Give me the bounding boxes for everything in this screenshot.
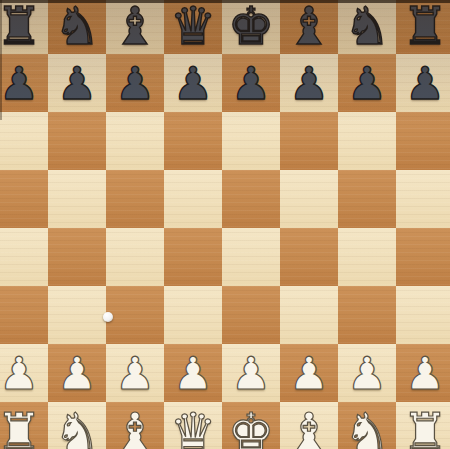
square-e8[interactable]: ♚: [222, 0, 280, 54]
square-b7[interactable]: ♟: [48, 54, 106, 112]
square-c7[interactable]: ♟: [106, 54, 164, 112]
square-c8[interactable]: ♝: [106, 0, 164, 54]
piece-black-bishop-f8[interactable]: ♝: [286, 0, 333, 55]
square-b5[interactable]: [48, 170, 106, 228]
square-d8[interactable]: ♛: [164, 0, 222, 54]
piece-black-queen-d8[interactable]: ♛: [170, 0, 217, 55]
piece-white-pawn-a2[interactable]: ♟: [0, 343, 39, 403]
piece-white-pawn-b2[interactable]: ♟: [57, 343, 97, 403]
square-b4[interactable]: [48, 228, 106, 286]
square-e5[interactable]: [222, 170, 280, 228]
piece-white-queen-d1[interactable]: ♛: [170, 401, 217, 449]
square-d7[interactable]: ♟: [164, 54, 222, 112]
square-e3[interactable]: [222, 286, 280, 344]
square-f1[interactable]: ♝: [280, 402, 338, 449]
square-f6[interactable]: [280, 112, 338, 170]
square-g6[interactable]: [338, 112, 396, 170]
square-g8[interactable]: ♞: [338, 0, 396, 54]
square-a4[interactable]: [0, 228, 48, 286]
square-g2[interactable]: ♟: [338, 344, 396, 402]
piece-white-rook-h1[interactable]: ♜: [402, 401, 449, 449]
square-c6[interactable]: [106, 112, 164, 170]
piece-black-knight-g8[interactable]: ♞: [344, 0, 391, 55]
piece-black-rook-a8[interactable]: ♜: [0, 0, 42, 55]
piece-black-pawn-d7[interactable]: ♟: [173, 53, 213, 113]
square-h2[interactable]: ♟: [396, 344, 450, 402]
square-c4[interactable]: [106, 228, 164, 286]
square-e1[interactable]: ♚: [222, 402, 280, 449]
square-h8[interactable]: ♜: [396, 0, 450, 54]
mouse-cursor: [103, 312, 113, 322]
piece-black-pawn-e7[interactable]: ♟: [231, 53, 271, 113]
square-a7[interactable]: ♟: [0, 54, 48, 112]
piece-white-knight-g1[interactable]: ♞: [344, 401, 391, 449]
piece-black-pawn-b7[interactable]: ♟: [57, 53, 97, 113]
square-a3[interactable]: [0, 286, 48, 344]
piece-black-pawn-h7[interactable]: ♟: [405, 53, 445, 113]
square-h3[interactable]: [396, 286, 450, 344]
square-c5[interactable]: [106, 170, 164, 228]
piece-white-pawn-h2[interactable]: ♟: [405, 343, 445, 403]
piece-black-pawn-f7[interactable]: ♟: [289, 53, 329, 113]
square-f8[interactable]: ♝: [280, 0, 338, 54]
piece-white-pawn-e2[interactable]: ♟: [231, 343, 271, 403]
square-a5[interactable]: [0, 170, 48, 228]
square-d1[interactable]: ♛: [164, 402, 222, 449]
square-b1[interactable]: ♞: [48, 402, 106, 449]
square-d4[interactable]: [164, 228, 222, 286]
square-f2[interactable]: ♟: [280, 344, 338, 402]
square-b2[interactable]: ♟: [48, 344, 106, 402]
piece-black-rook-h8[interactable]: ♜: [402, 0, 449, 55]
square-f3[interactable]: [280, 286, 338, 344]
square-h6[interactable]: [396, 112, 450, 170]
piece-white-rook-a1[interactable]: ♜: [0, 401, 42, 449]
square-g7[interactable]: ♟: [338, 54, 396, 112]
piece-black-bishop-c8[interactable]: ♝: [112, 0, 159, 55]
square-d6[interactable]: [164, 112, 222, 170]
square-d2[interactable]: ♟: [164, 344, 222, 402]
square-g5[interactable]: [338, 170, 396, 228]
square-g1[interactable]: ♞: [338, 402, 396, 449]
square-e7[interactable]: ♟: [222, 54, 280, 112]
chess-board: ♜♞♝♛♚♝♞♜♟♟♟♟♟♟♟♟♟♟♟♟♟♟♟♟♜♞♝♛♚♝♞♜: [0, 0, 450, 449]
piece-black-pawn-c7[interactable]: ♟: [115, 53, 155, 113]
square-e2[interactable]: ♟: [222, 344, 280, 402]
square-a1[interactable]: ♜: [0, 402, 48, 449]
square-h4[interactable]: [396, 228, 450, 286]
square-b3[interactable]: [48, 286, 106, 344]
piece-white-bishop-f1[interactable]: ♝: [286, 401, 333, 449]
square-c3[interactable]: [106, 286, 164, 344]
piece-white-pawn-d2[interactable]: ♟: [173, 343, 213, 403]
piece-black-pawn-a7[interactable]: ♟: [0, 53, 39, 113]
piece-white-bishop-c1[interactable]: ♝: [112, 401, 159, 449]
square-e6[interactable]: [222, 112, 280, 170]
piece-white-pawn-c2[interactable]: ♟: [115, 343, 155, 403]
square-h1[interactable]: ♜: [396, 402, 450, 449]
square-b6[interactable]: [48, 112, 106, 170]
square-e4[interactable]: [222, 228, 280, 286]
piece-black-pawn-g7[interactable]: ♟: [347, 53, 387, 113]
piece-white-knight-b1[interactable]: ♞: [54, 401, 101, 449]
piece-black-king-e8[interactable]: ♚: [228, 0, 275, 55]
square-b8[interactable]: ♞: [48, 0, 106, 54]
piece-white-pawn-g2[interactable]: ♟: [347, 343, 387, 403]
square-c2[interactable]: ♟: [106, 344, 164, 402]
square-g4[interactable]: [338, 228, 396, 286]
piece-white-pawn-f2[interactable]: ♟: [289, 343, 329, 403]
square-f7[interactable]: ♟: [280, 54, 338, 112]
square-a6[interactable]: [0, 112, 48, 170]
square-f4[interactable]: [280, 228, 338, 286]
piece-black-knight-b8[interactable]: ♞: [54, 0, 101, 55]
square-c1[interactable]: ♝: [106, 402, 164, 449]
chess-app-viewport: ♜♞♝♛♚♝♞♜♟♟♟♟♟♟♟♟♟♟♟♟♟♟♟♟♜♞♝♛♚♝♞♜: [0, 0, 450, 449]
square-h7[interactable]: ♟: [396, 54, 450, 112]
square-a2[interactable]: ♟: [0, 344, 48, 402]
piece-white-king-e1[interactable]: ♚: [228, 401, 275, 449]
square-h5[interactable]: [396, 170, 450, 228]
square-d5[interactable]: [164, 170, 222, 228]
square-a8[interactable]: ♜: [0, 0, 48, 54]
square-g3[interactable]: [338, 286, 396, 344]
square-d3[interactable]: [164, 286, 222, 344]
square-f5[interactable]: [280, 170, 338, 228]
